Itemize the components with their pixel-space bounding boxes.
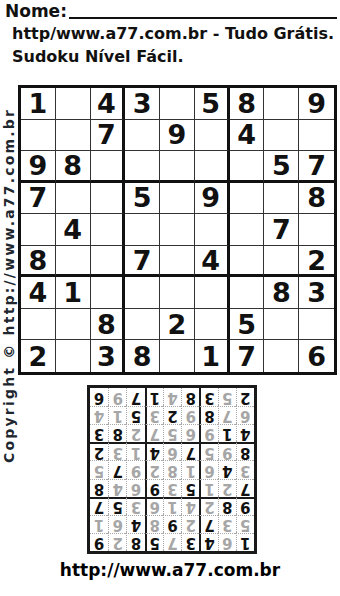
solution-cell-r5c3: 6: [199, 460, 217, 478]
cell-r8c7[interactable]: 5: [230, 309, 265, 341]
solution-cell-r5c1: 3: [236, 460, 254, 478]
solution-cell-r6c5: 6: [163, 442, 181, 460]
cell-r4c5[interactable]: [160, 183, 195, 215]
worksheet-page: Nome: http/www.a77.com.br - Tudo Grátis.…: [0, 0, 340, 596]
solution-cell-r1c9: 9: [90, 533, 108, 551]
cell-r9c6[interactable]: 1: [195, 340, 230, 372]
cell-r8c1[interactable]: [21, 309, 56, 341]
cell-r4c6[interactable]: 9: [195, 183, 230, 215]
solution-cell-r7c1: 4: [236, 424, 254, 442]
solution-cell-r5c7: 9: [126, 460, 144, 478]
solution-cell-r5c4: 1: [181, 460, 199, 478]
cell-r9c9[interactable]: 6: [299, 340, 334, 372]
solution-cell-r3c6: 6: [145, 497, 163, 515]
solution-cell-r4c4: 5: [181, 479, 199, 497]
cell-r7c2[interactable]: 1: [56, 277, 91, 309]
solution-cell-r6c9: 2: [90, 442, 108, 460]
cell-r6c9[interactable]: 2: [299, 246, 334, 278]
cell-r3c5[interactable]: [160, 151, 195, 183]
solution-cell-r8c3: 8: [199, 406, 217, 424]
cell-r7c5[interactable]: [160, 277, 195, 309]
solution-cell-r6c8: 3: [108, 442, 126, 460]
cell-r6c4[interactable]: 7: [125, 246, 160, 278]
solution-cell-r3c8: 5: [108, 497, 126, 515]
solution-cell-r8c8: 1: [108, 406, 126, 424]
cell-r2c9[interactable]: [299, 120, 334, 152]
cell-r8c6[interactable]: [195, 309, 230, 341]
cell-r2c4[interactable]: [125, 120, 160, 152]
cell-r7c8[interactable]: 8: [264, 277, 299, 309]
cell-r9c8[interactable]: [264, 340, 299, 372]
solution-grid: 1643758295372984619824163577215396483461…: [87, 385, 257, 554]
cell-r1c3[interactable]: 4: [91, 88, 126, 120]
cell-r9c4[interactable]: 8: [125, 340, 160, 372]
cell-r2c7[interactable]: 4: [230, 120, 265, 152]
solution-cell-r9c6: 1: [145, 388, 163, 406]
cell-r1c1[interactable]: 1: [21, 88, 56, 120]
solution-cell-r5c5: 8: [163, 460, 181, 478]
cell-r5c8[interactable]: 7: [264, 214, 299, 246]
cell-r6c7[interactable]: [230, 246, 265, 278]
solution-cell-r7c9: 3: [90, 424, 108, 442]
solution-cell-r7c8: 8: [108, 424, 126, 442]
solution-cell-r8c4: 9: [181, 406, 199, 424]
solution-cell-r4c9: 8: [90, 479, 108, 497]
cell-r7c4[interactable]: [125, 277, 160, 309]
solution-cell-r4c6: 9: [145, 479, 163, 497]
solution-cell-r7c4: 6: [181, 424, 199, 442]
solution-cell-r2c8: 6: [108, 515, 126, 533]
cell-r4c4[interactable]: 5: [125, 183, 160, 215]
cell-r5c3[interactable]: [91, 214, 126, 246]
solution-cell-r4c1: 7: [236, 479, 254, 497]
cell-r2c1[interactable]: [21, 120, 56, 152]
solution-cell-r2c6: 8: [145, 515, 163, 533]
solution-cell-r7c7: 2: [126, 424, 144, 442]
solution-cell-r4c3: 1: [199, 479, 217, 497]
solution-cell-r3c1: 9: [236, 497, 254, 515]
cell-r6c2[interactable]: [56, 246, 91, 278]
solution-cell-r3c3: 2: [199, 497, 217, 515]
solution-cell-r8c5: 2: [163, 406, 181, 424]
footer-url: http://www.a77.com.br: [0, 560, 340, 580]
cell-r7c7[interactable]: [230, 277, 265, 309]
cell-r6c6[interactable]: 4: [195, 246, 230, 278]
solution-cell-r7c6: 7: [145, 424, 163, 442]
solution-cell-r8c1: 6: [236, 406, 254, 424]
solution-cell-r9c4: 8: [181, 388, 199, 406]
cell-r5c6[interactable]: [195, 214, 230, 246]
solution-cell-r7c3: 9: [199, 424, 217, 442]
solution-cell-r3c2: 8: [218, 497, 236, 515]
solution-cell-r6c1: 8: [236, 442, 254, 460]
cell-r8c3[interactable]: 8: [91, 309, 126, 341]
solution-cell-r8c9: 4: [90, 406, 108, 424]
cell-r4c7[interactable]: [230, 183, 265, 215]
solution-cell-r8c7: 5: [126, 406, 144, 424]
cell-r6c1[interactable]: 8: [21, 246, 56, 278]
solution-cell-r9c9: 6: [90, 388, 108, 406]
cell-r8c5[interactable]: 2: [160, 309, 195, 341]
difficulty-header: Sudoku Nível Fácil.: [12, 47, 184, 66]
solution-cell-r1c4: 3: [181, 533, 199, 551]
cell-r8c8[interactable]: [264, 309, 299, 341]
cell-r1c6[interactable]: 5: [195, 88, 230, 120]
cell-r4c8[interactable]: [264, 183, 299, 215]
solution-cell-r5c6: 2: [145, 460, 163, 478]
solution-cell-r2c3: 7: [199, 515, 217, 533]
cell-r9c3[interactable]: 3: [91, 340, 126, 372]
cell-r3c1[interactable]: 9: [21, 151, 56, 183]
cell-r7c3[interactable]: [91, 277, 126, 309]
solution-cell-r9c8: 9: [108, 388, 126, 406]
cell-r7c1[interactable]: 4: [21, 277, 56, 309]
cell-r8c2[interactable]: [56, 309, 91, 341]
puzzle-grid: 143589794985775984787424183825238176: [18, 85, 337, 375]
cell-r3c8[interactable]: 5: [264, 151, 299, 183]
cell-r6c5[interactable]: [160, 246, 195, 278]
cell-r4c2[interactable]: [56, 183, 91, 215]
solution-cell-r9c2: 5: [218, 388, 236, 406]
site-header: http/www.a77.com.br - Tudo Grátis.: [12, 24, 334, 43]
cell-r5c1[interactable]: [21, 214, 56, 246]
solution-cell-r4c2: 2: [218, 479, 236, 497]
solution-cell-r4c7: 6: [126, 479, 144, 497]
solution-cell-r1c5: 7: [163, 533, 181, 551]
cell-r4c3[interactable]: [91, 183, 126, 215]
name-label: Nome:: [5, 1, 67, 21]
solution-cell-r4c5: 3: [163, 479, 181, 497]
cell-r1c9[interactable]: 9: [299, 88, 334, 120]
solution-cell-r9c3: 3: [199, 388, 217, 406]
cell-r5c7[interactable]: [230, 214, 265, 246]
cell-r4c1[interactable]: 7: [21, 183, 56, 215]
solution-cell-r2c9: 1: [90, 515, 108, 533]
copyright-vertical-text: Copyright © http://www.a77.com.br: [2, 108, 17, 463]
name-write-in-field[interactable]: [69, 17, 337, 19]
solution-cell-r9c5: 4: [163, 388, 181, 406]
cell-r2c6[interactable]: [195, 120, 230, 152]
cell-r3c3[interactable]: [91, 151, 126, 183]
cell-r1c5[interactable]: [160, 88, 195, 120]
solution-cell-r7c2: 1: [218, 424, 236, 442]
solution-cell-r9c1: 2: [236, 388, 254, 406]
solution-cell-r2c2: 3: [218, 515, 236, 533]
solution-cell-r9c7: 7: [126, 388, 144, 406]
cell-r5c9[interactable]: [299, 214, 334, 246]
solution-cell-r6c4: 7: [181, 442, 199, 460]
cell-r5c5[interactable]: [160, 214, 195, 246]
solution-cell-r3c9: 7: [90, 497, 108, 515]
cell-r3c2[interactable]: 8: [56, 151, 91, 183]
solution-cell-r1c2: 6: [218, 533, 236, 551]
cell-r2c2[interactable]: [56, 120, 91, 152]
solution-cell-r6c2: 9: [218, 442, 236, 460]
solution-cell-r8c2: 7: [218, 406, 236, 424]
cell-r3c9[interactable]: 7: [299, 151, 334, 183]
solution-cell-r1c8: 2: [108, 533, 126, 551]
cell-r9c5[interactable]: [160, 340, 195, 372]
cell-r1c7[interactable]: 8: [230, 88, 265, 120]
cell-r3c4[interactable]: [125, 151, 160, 183]
solution-cell-r4c8: 4: [108, 479, 126, 497]
solution-cell-r1c6: 5: [145, 533, 163, 551]
solution-cell-r5c9: 5: [90, 460, 108, 478]
solution-cell-r2c4: 2: [181, 515, 199, 533]
cell-r8c4[interactable]: [125, 309, 160, 341]
cell-r7c6[interactable]: [195, 277, 230, 309]
solution-cell-r2c1: 5: [236, 515, 254, 533]
cell-r4c9[interactable]: 8: [299, 183, 334, 215]
solution-cell-r1c7: 8: [126, 533, 144, 551]
solution-cell-r8c6: 3: [145, 406, 163, 424]
cell-r6c3[interactable]: [91, 246, 126, 278]
solution-cell-r1c3: 4: [199, 533, 217, 551]
cell-r9c7[interactable]: 7: [230, 340, 265, 372]
cell-r2c5[interactable]: 9: [160, 120, 195, 152]
cell-r5c4[interactable]: [125, 214, 160, 246]
cell-r8c9[interactable]: [299, 309, 334, 341]
solution-cell-r5c8: 7: [108, 460, 126, 478]
solution-cell-r3c7: 3: [126, 497, 144, 515]
solution-cell-r3c5: 1: [163, 497, 181, 515]
cell-r9c1[interactable]: 2: [21, 340, 56, 372]
cell-r1c2[interactable]: [56, 88, 91, 120]
cell-r1c4[interactable]: 3: [125, 88, 160, 120]
cell-r5c2[interactable]: 4: [56, 214, 91, 246]
cell-r6c8[interactable]: [264, 246, 299, 278]
solution-cell-r3c4: 4: [181, 497, 199, 515]
cell-r1c8[interactable]: [264, 88, 299, 120]
cell-r2c8[interactable]: [264, 120, 299, 152]
solution-cell-r6c7: 1: [126, 442, 144, 460]
solution-cell-r6c6: 4: [145, 442, 163, 460]
solution-cell-r7c5: 5: [163, 424, 181, 442]
cell-r9c2[interactable]: [56, 340, 91, 372]
cell-r7c9[interactable]: 3: [299, 277, 334, 309]
solution-cell-r6c3: 5: [199, 442, 217, 460]
cell-r3c7[interactable]: [230, 151, 265, 183]
cell-r3c6[interactable]: [195, 151, 230, 183]
solution-cell-r1c1: 1: [236, 533, 254, 551]
solution-cell-r5c2: 4: [218, 460, 236, 478]
name-row: Nome:: [5, 1, 337, 21]
cell-r2c3[interactable]: 7: [91, 120, 126, 152]
solution-cell-r2c5: 9: [163, 515, 181, 533]
solution-cell-r2c7: 4: [126, 515, 144, 533]
